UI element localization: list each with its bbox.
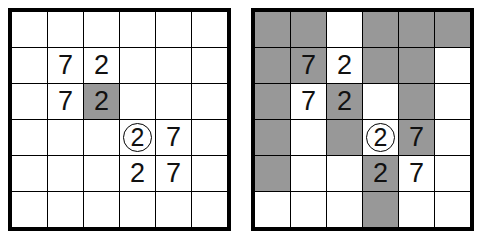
puzzle-grid: 72722727 [8,8,231,231]
solution-cell-r1c6 [435,12,470,47]
clue: 7 [409,124,424,151]
puzzle-cell-r3c3: 2 [84,84,119,119]
clue: 2 [337,88,352,115]
solution-cell-r5c5: 7 [399,156,434,191]
solution-cell-r1c3 [327,12,362,47]
puzzle-cell-r1c5 [156,12,191,47]
puzzle-cell-r4c6 [192,120,227,155]
solution-cell-r1c1 [255,12,290,47]
puzzle-cell-r6c6 [192,192,227,227]
solution-cell-r3c6 [435,84,470,119]
solution-cell-r3c4 [363,84,398,119]
puzzle-cell-r1c4 [120,12,155,47]
clue: 2 [337,52,352,79]
puzzle-cell-r2c3: 2 [84,48,119,83]
clue: 7 [58,52,73,79]
clue: 2 [94,88,109,115]
puzzle-cell-r2c6 [192,48,227,83]
solution-cell-r2c4 [363,48,398,83]
puzzle-cell-r2c2: 7 [48,48,83,83]
circled-clue: 2 [123,123,152,152]
puzzle-cell-r1c2 [48,12,83,47]
puzzle-cell-r5c2 [48,156,83,191]
solution-cell-r2c2: 7 [291,48,326,83]
clue: 7 [301,88,316,115]
solution-cell-r2c5 [399,48,434,83]
solution-cell-r6c3 [327,192,362,227]
solution-cell-r4c4: 2 [363,120,398,155]
puzzle-cell-r2c4 [120,48,155,83]
clue: 7 [166,124,181,151]
puzzle-diagram: 72722727 72722727 [0,0,484,231]
clue: 7 [58,88,73,115]
solution-cell-r2c1 [255,48,290,83]
puzzle-cell-r3c1 [12,84,47,119]
puzzle-cell-r5c1 [12,156,47,191]
clue: 7 [166,160,181,187]
puzzle-cell-r5c6 [192,156,227,191]
puzzle-cell-r4c1 [12,120,47,155]
puzzle-cell-r4c5: 7 [156,120,191,155]
puzzle-cell-r2c5 [156,48,191,83]
clue: 7 [301,52,316,79]
clue: 2 [130,160,145,187]
puzzle-cell-r3c5 [156,84,191,119]
solution-cell-r3c1 [255,84,290,119]
clue: 2 [373,160,388,187]
solution-cell-r1c4 [363,12,398,47]
puzzle-cell-r6c1 [12,192,47,227]
puzzle-cell-r3c2: 7 [48,84,83,119]
solution-cell-r6c5 [399,192,434,227]
clue: 7 [409,160,424,187]
puzzle-cell-r4c2 [48,120,83,155]
solution-cell-r3c2: 7 [291,84,326,119]
solution-cell-r5c2 [291,156,326,191]
puzzle-cell-r6c3 [84,192,119,227]
puzzle-cell-r2c1 [12,48,47,83]
solution-cell-r4c1 [255,120,290,155]
puzzle-cell-r3c4 [120,84,155,119]
solution-cell-r6c1 [255,192,290,227]
solution-cell-r6c2 [291,192,326,227]
solution-cell-r4c2 [291,120,326,155]
solution-grid: 72722727 [251,8,474,231]
puzzle-cell-r4c4: 2 [120,120,155,155]
puzzle-cell-r4c3 [84,120,119,155]
solution-cell-r5c4: 2 [363,156,398,191]
puzzle-cell-r1c6 [192,12,227,47]
solution-cell-r4c6 [435,120,470,155]
solution-cell-r2c3: 2 [327,48,362,83]
solution-cell-r4c3 [327,120,362,155]
solution-cell-r5c1 [255,156,290,191]
puzzle-cell-r5c3 [84,156,119,191]
puzzle-cell-r5c4: 2 [120,156,155,191]
puzzle-cell-r1c3 [84,12,119,47]
solution-cell-r4c5: 7 [399,120,434,155]
solution-cell-r5c3 [327,156,362,191]
solution-cell-r1c5 [399,12,434,47]
solution-cell-r5c6 [435,156,470,191]
solution-cell-r3c3: 2 [327,84,362,119]
puzzle-cell-r6c5 [156,192,191,227]
puzzle-cell-r5c5: 7 [156,156,191,191]
puzzle-cell-r6c4 [120,192,155,227]
puzzle-cell-r3c6 [192,84,227,119]
puzzle-cell-r6c2 [48,192,83,227]
circled-clue: 2 [366,123,395,152]
clue: 2 [94,52,109,79]
solution-cell-r3c5 [399,84,434,119]
solution-cell-r2c6 [435,48,470,83]
solution-cell-r6c6 [435,192,470,227]
puzzle-cell-r1c1 [12,12,47,47]
solution-cell-r1c2 [291,12,326,47]
solution-cell-r6c4 [363,192,398,227]
